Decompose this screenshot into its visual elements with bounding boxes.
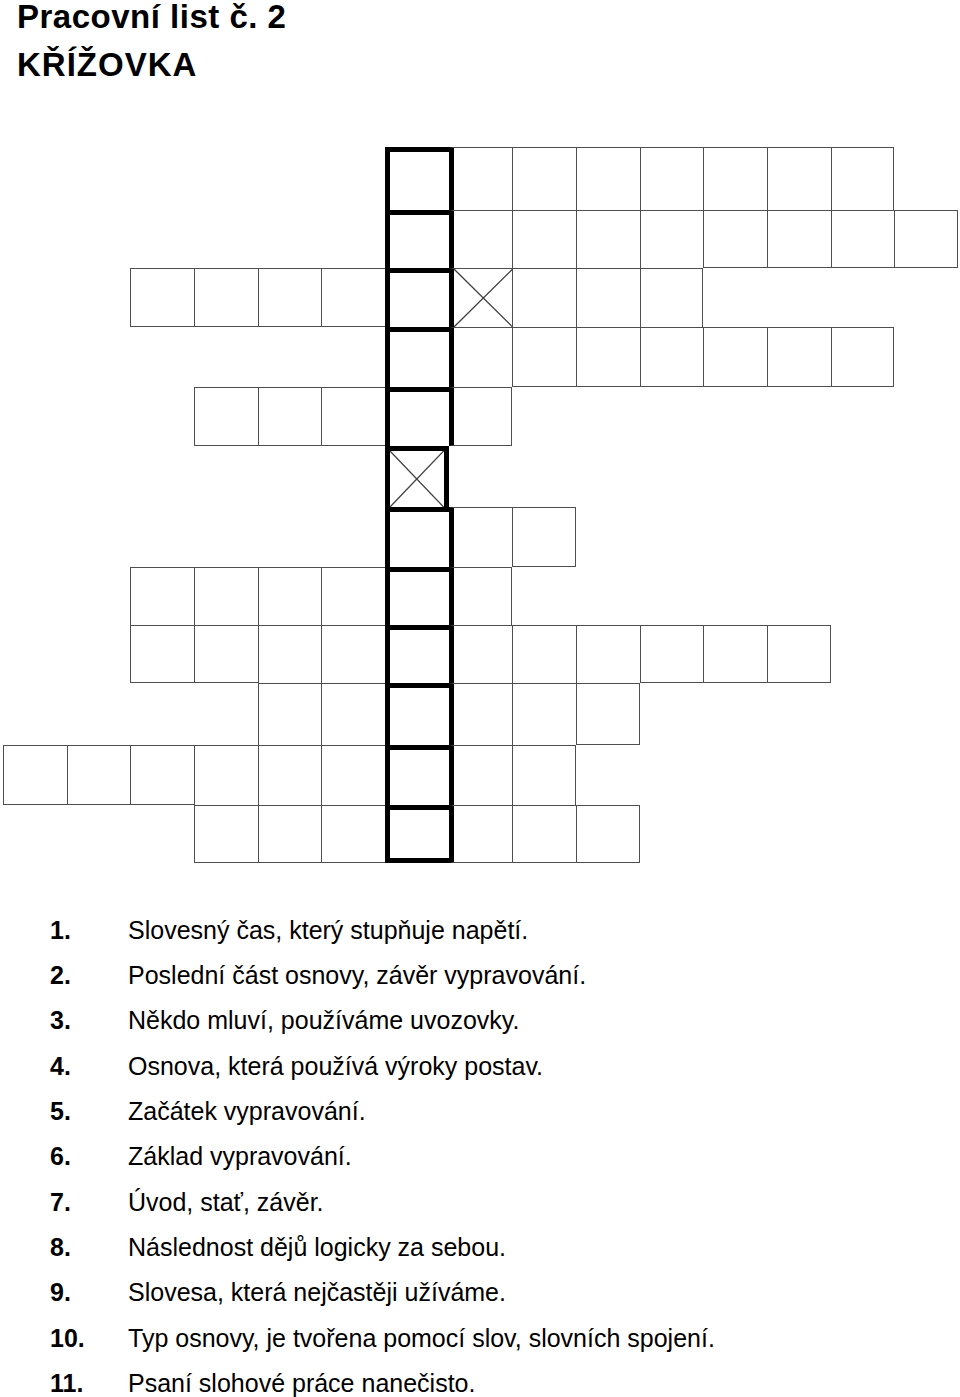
clue-text: Poslední část osnovy, závěr vypravování. <box>128 960 586 990</box>
grid-cell <box>449 327 513 387</box>
solution-column-cell <box>385 147 449 210</box>
grid-cell <box>831 210 895 268</box>
grid-cell <box>258 268 322 327</box>
grid-cell <box>130 745 194 805</box>
grid-cell <box>512 745 576 805</box>
solution-column-cell <box>385 327 449 387</box>
grid-cell <box>894 210 958 268</box>
grid-cell <box>703 210 767 268</box>
grid-cell <box>640 268 704 327</box>
grid-cell <box>449 210 513 268</box>
clue-number: 11. <box>50 1368 83 1397</box>
grid-cell <box>512 683 576 745</box>
solution-column-cell <box>385 387 449 446</box>
clue-text: Slovesný čas, který stupňuje napětí. <box>128 915 528 945</box>
grid-cell <box>512 327 576 387</box>
solution-column-cell <box>385 625 449 683</box>
grid-cell <box>321 683 385 745</box>
grid-cell <box>449 507 513 567</box>
grid-cell <box>194 745 258 805</box>
grid-cell <box>640 625 704 683</box>
solution-column-cell <box>385 805 449 863</box>
blocked-cell <box>449 268 513 327</box>
grid-cell <box>449 805 513 863</box>
grid-cell <box>703 327 767 387</box>
clue-number: 6. <box>50 1141 71 1171</box>
grid-cell <box>576 210 640 268</box>
clue-text: Slovesa, která nejčastěji užíváme. <box>128 1277 506 1307</box>
clue-number: 9. <box>50 1277 71 1307</box>
grid-cell <box>321 625 385 683</box>
grid-cell <box>449 567 513 625</box>
clue-number: 2. <box>50 960 71 990</box>
grid-cell <box>512 507 576 567</box>
grid-cell <box>194 268 258 327</box>
solution-column-cell <box>385 507 449 567</box>
grid-cell <box>449 625 513 683</box>
grid-cell <box>831 327 895 387</box>
grid-cell <box>449 745 513 805</box>
grid-cell <box>258 387 322 446</box>
clue-number: 10. <box>50 1323 85 1353</box>
grid-cell <box>576 625 640 683</box>
grid-cell <box>576 268 640 327</box>
crossword-grid <box>0 0 960 880</box>
grid-cell <box>703 147 767 210</box>
grid-cell <box>258 567 322 625</box>
solution-column-cell <box>385 745 449 805</box>
grid-cell <box>640 327 704 387</box>
grid-cell <box>258 683 322 745</box>
grid-cell <box>703 625 767 683</box>
grid-cell <box>576 683 640 745</box>
solution-column-cell <box>385 683 449 745</box>
cross-mark <box>454 269 513 327</box>
clue-number: 7. <box>50 1187 71 1217</box>
grid-cell <box>321 387 385 446</box>
blocked-cell <box>385 446 449 507</box>
grid-cell <box>194 567 258 625</box>
grid-cell <box>576 327 640 387</box>
grid-cell <box>640 147 704 210</box>
grid-cell <box>767 327 831 387</box>
grid-cell <box>258 625 322 683</box>
grid-cell <box>258 745 322 805</box>
clue-text: Úvod, stať, závěr. <box>128 1187 324 1217</box>
grid-cell <box>512 268 576 327</box>
grid-cell <box>512 147 576 210</box>
clue-text: Osnova, která používá výroky postav. <box>128 1051 543 1081</box>
grid-cell <box>576 805 640 863</box>
worksheet-page: { "header": { "title": "Pracovní list č.… <box>0 0 960 1397</box>
clue-text: Někdo mluví, používáme uvozovky. <box>128 1005 519 1035</box>
grid-cell <box>258 805 322 863</box>
grid-cell <box>130 268 194 327</box>
cross-mark <box>390 451 444 507</box>
grid-cell <box>512 625 576 683</box>
clue-number: 8. <box>50 1232 71 1262</box>
clue-text: Typ osnovy, je tvořena pomocí slov, slov… <box>128 1323 715 1353</box>
grid-cell <box>512 805 576 863</box>
grid-cell <box>767 625 831 683</box>
clue-number: 5. <box>50 1096 71 1126</box>
solution-column-cell <box>385 567 449 625</box>
grid-cell <box>512 210 576 268</box>
grid-cell <box>321 567 385 625</box>
grid-cell <box>640 210 704 268</box>
grid-cell <box>194 387 258 446</box>
grid-cell <box>194 805 258 863</box>
grid-cell <box>321 805 385 863</box>
grid-cell <box>449 683 513 745</box>
grid-cell <box>130 625 194 683</box>
clue-number: 3. <box>50 1005 71 1035</box>
grid-cell <box>130 567 194 625</box>
grid-cell <box>67 745 131 805</box>
grid-cell <box>194 625 258 683</box>
clue-number: 1. <box>50 915 71 945</box>
clue-number: 4. <box>50 1051 71 1081</box>
grid-cell <box>449 147 513 210</box>
grid-cell <box>576 147 640 210</box>
grid-cell <box>831 147 895 210</box>
grid-cell <box>767 210 831 268</box>
clue-text: Psaní slohové práce nanečisto. <box>128 1368 475 1397</box>
grid-cell <box>449 387 513 446</box>
clue-text: Začátek vypravování. <box>128 1096 366 1126</box>
grid-cell <box>3 745 67 805</box>
clue-text: Základ vypravování. <box>128 1141 352 1171</box>
solution-column-cell <box>385 268 449 327</box>
grid-cell <box>321 268 385 327</box>
grid-cell <box>767 147 831 210</box>
clue-text: Následnost dějů logicky za sebou. <box>128 1232 506 1262</box>
solution-column-cell <box>385 210 449 268</box>
grid-cell <box>321 745 385 805</box>
